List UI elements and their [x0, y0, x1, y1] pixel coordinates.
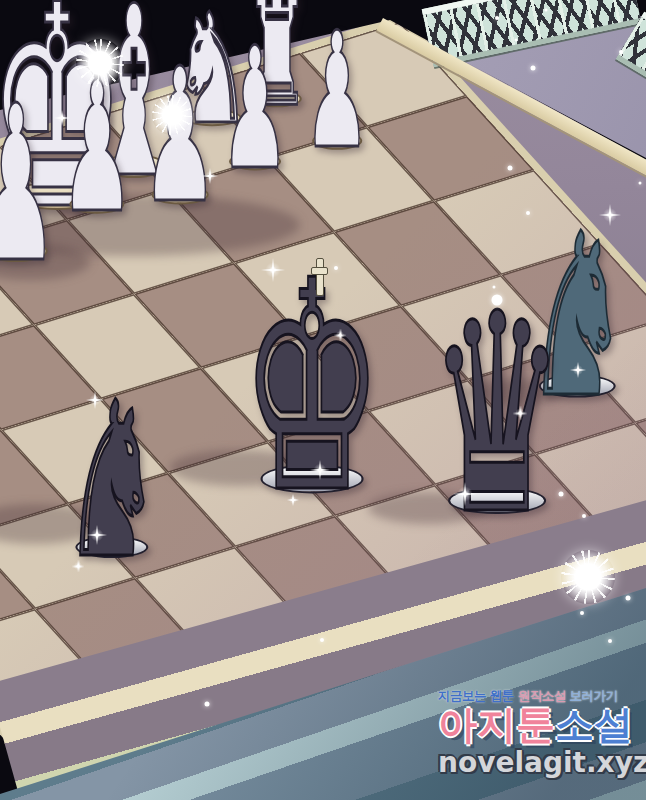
sparkle-star-icon: [287, 494, 299, 506]
white-pawn-glyph: ♟: [220, 25, 289, 193]
white-pawn-glyph: ♟: [0, 77, 58, 292]
sparkle-dot-icon: [545, 9, 548, 12]
black-king-cross-finial: [311, 258, 326, 294]
sparkle-star-icon: [310, 460, 330, 480]
sparkle-star-icon: [87, 525, 107, 545]
sparkle-dot-icon: [320, 638, 324, 642]
sparkle-burst-icon: [561, 550, 615, 604]
sparkle-dot-icon: [492, 295, 503, 306]
sparkle-dot-icon: [582, 514, 586, 518]
sparkle-star-icon: [570, 362, 586, 378]
white-pawn-glyph: ♟: [142, 44, 218, 229]
sparkle-dot-icon: [531, 66, 536, 71]
sparkle-dot-icon: [334, 266, 338, 270]
sparkle-star-icon: [513, 406, 528, 421]
sparkle-dot-icon: [508, 166, 513, 171]
sparkle-dot-icon: [205, 702, 210, 707]
sparkle-star-icon: [261, 258, 285, 282]
sparkle-star-icon: [72, 560, 85, 573]
sparkle-star-icon: [54, 110, 70, 126]
sparkle-dot-icon: [526, 211, 530, 215]
sparkle-star-icon: [453, 482, 477, 506]
sparkle-dot-icon: [619, 50, 623, 54]
sparkle-star-icon: [86, 391, 104, 409]
watermark-url[interactable]: novelagit.xyz: [438, 746, 644, 779]
sparkle-dot-icon: [495, 16, 499, 20]
sparkle-star-icon: [599, 204, 621, 226]
sparkle-dot-icon: [559, 492, 564, 497]
black-knight-glyph: ♞: [62, 373, 162, 588]
sparkle-dot-icon: [515, 39, 518, 42]
sparkle-dot-icon: [608, 639, 612, 643]
white-pawn-glyph: ♟: [304, 11, 370, 171]
watermark-brand[interactable]: 아지툰소설: [438, 705, 644, 746]
sparkle-dot-icon: [626, 596, 631, 601]
sparkle-burst-icon: [76, 39, 124, 87]
black-queen-glyph: ♛: [429, 278, 565, 553]
sparkle-burst-icon: [152, 95, 192, 135]
sparkle-dot-icon: [493, 286, 496, 289]
webtoon-panel: ♜♞♟♟♝♟♚♟♟♞♚♛♞ 지금보는 웹툰 원작소설 보러가기 아지툰소설 no…: [0, 0, 646, 800]
sparkle-star-icon: [334, 329, 347, 342]
sparkle-dot-icon: [639, 182, 642, 185]
sparkle-dot-icon: [580, 611, 584, 615]
watermark-ad[interactable]: 지금보는 웹툰 원작소설 보러가기 아지툰소설 novelagit.xyz: [438, 688, 644, 779]
sparkle-star-icon: [202, 168, 218, 184]
